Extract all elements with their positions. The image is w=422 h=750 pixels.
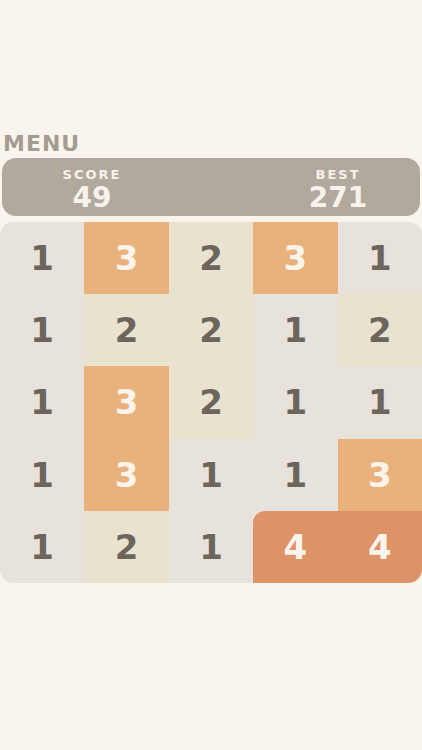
scoreboard: SCORE 49 BEST 271 — [2, 158, 420, 216]
tile-r4c4-value-1[interactable]: 1 — [253, 439, 337, 511]
tile-r5c5-value-4[interactable]: 4 — [338, 511, 422, 583]
tile-r4c3-value-1[interactable]: 1 — [169, 439, 253, 511]
tile-r2c2-value-2[interactable]: 2 — [84, 294, 168, 366]
tile-r4c2-value-3[interactable]: 3 — [84, 439, 168, 511]
tile-r3c3-value-2[interactable]: 2 — [169, 366, 253, 438]
tile-r3c1-value-1[interactable]: 1 — [0, 366, 84, 438]
tile-r1c1-value-1[interactable]: 1 — [0, 222, 84, 294]
tile-r5c3-value-1[interactable]: 1 — [169, 511, 253, 583]
game-board: 1323112212132111311312144 — [0, 222, 422, 583]
tile-r1c4-value-3[interactable]: 3 — [253, 222, 337, 294]
best-display: BEST 271 — [309, 158, 367, 214]
tile-r2c3-value-2[interactable]: 2 — [169, 294, 253, 366]
menu-button[interactable]: MENU — [3, 131, 80, 156]
tile-r2c4-value-1[interactable]: 1 — [253, 294, 337, 366]
score-value: 49 — [63, 182, 122, 214]
tile-r3c4-value-1[interactable]: 1 — [253, 366, 337, 438]
tile-r4c5-value-3[interactable]: 3 — [338, 439, 422, 511]
tile-r5c4-value-4[interactable]: 4 — [253, 511, 337, 583]
score-label: SCORE — [63, 168, 122, 182]
tile-r4c1-value-1[interactable]: 1 — [0, 439, 84, 511]
tile-r1c2-value-3[interactable]: 3 — [84, 222, 168, 294]
best-value: 271 — [309, 182, 367, 214]
tile-r1c3-value-2[interactable]: 2 — [169, 222, 253, 294]
score-display: SCORE 49 — [63, 158, 122, 214]
tile-r5c1-value-1[interactable]: 1 — [0, 511, 84, 583]
tile-r1c5-value-1[interactable]: 1 — [338, 222, 422, 294]
tile-r3c2-value-3[interactable]: 3 — [84, 366, 168, 438]
tile-r2c5-value-2[interactable]: 2 — [338, 294, 422, 366]
best-label: BEST — [309, 168, 367, 182]
tile-r5c2-value-2[interactable]: 2 — [84, 511, 168, 583]
tile-r2c1-value-1[interactable]: 1 — [0, 294, 84, 366]
tile-r3c5-value-1[interactable]: 1 — [338, 366, 422, 438]
